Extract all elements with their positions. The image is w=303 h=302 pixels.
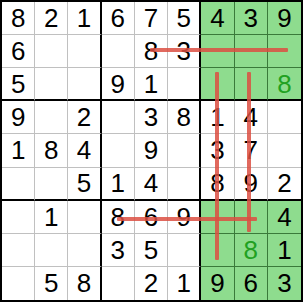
cell-r9c7[interactable]: 9	[201, 267, 234, 300]
cell-r5c8[interactable]: 7	[235, 134, 268, 167]
cell-r5c1[interactable]: 1	[2, 134, 35, 167]
cell-r9c8[interactable]: 6	[235, 267, 268, 300]
cell-r4c6[interactable]: 8	[168, 101, 201, 134]
cell-r1c1[interactable]: 8	[2, 2, 35, 35]
cell-r3c5[interactable]: 1	[135, 68, 168, 101]
cell-r6c3[interactable]: 5	[68, 168, 101, 201]
cell-r5c5[interactable]: 9	[135, 134, 168, 167]
cell-r6c2[interactable]	[35, 168, 68, 201]
cell-r8c8[interactable]: 8	[235, 234, 268, 267]
cell-r8c3[interactable]	[68, 234, 101, 267]
sudoku-puzzle: 8216754396835918923814184937514892186943…	[0, 0, 303, 302]
cell-r6c1[interactable]	[2, 168, 35, 201]
cell-r4c8[interactable]: 4	[235, 101, 268, 134]
cell-r8c7[interactable]	[201, 234, 234, 267]
cell-r9c3[interactable]: 8	[68, 267, 101, 300]
cell-r6c9[interactable]: 2	[268, 168, 301, 201]
cell-r7c5[interactable]: 6	[135, 201, 168, 234]
cell-r7c2[interactable]: 1	[35, 201, 68, 234]
cell-r2c6[interactable]: 3	[168, 35, 201, 68]
cell-r9c9[interactable]: 3	[268, 267, 301, 300]
cell-r7c3[interactable]	[68, 201, 101, 234]
cell-r7c7[interactable]	[201, 201, 234, 234]
cell-r2c5[interactable]: 8	[135, 35, 168, 68]
cell-r9c4[interactable]	[102, 267, 135, 300]
cell-r9c1[interactable]	[2, 267, 35, 300]
cell-r7c1[interactable]	[2, 201, 35, 234]
cell-r5c7[interactable]: 3	[201, 134, 234, 167]
cell-r5c2[interactable]: 8	[35, 134, 68, 167]
cell-r8c2[interactable]	[35, 234, 68, 267]
cell-r9c2[interactable]: 5	[35, 267, 68, 300]
cell-r3c9[interactable]: 8	[268, 68, 301, 101]
cell-r5c4[interactable]	[102, 134, 135, 167]
cell-r1c9[interactable]: 9	[268, 2, 301, 35]
sudoku-board: 8216754396835918923814184937514892186943…	[0, 0, 303, 302]
cell-r1c2[interactable]: 2	[35, 2, 68, 35]
cell-r6c4[interactable]: 1	[102, 168, 135, 201]
cell-r2c1[interactable]: 6	[2, 35, 35, 68]
cell-r6c7[interactable]: 8	[201, 168, 234, 201]
cell-r5c3[interactable]: 4	[68, 134, 101, 167]
cell-r1c4[interactable]: 6	[102, 2, 135, 35]
cell-r3c2[interactable]	[35, 68, 68, 101]
cell-r1c6[interactable]: 5	[168, 2, 201, 35]
cell-r3c3[interactable]	[68, 68, 101, 101]
cell-r3c6[interactable]	[168, 68, 201, 101]
cell-r6c5[interactable]: 4	[135, 168, 168, 201]
cell-r2c7[interactable]	[201, 35, 234, 68]
cell-r2c3[interactable]	[68, 35, 101, 68]
cell-r1c7[interactable]: 4	[201, 2, 234, 35]
cell-r3c1[interactable]: 5	[2, 68, 35, 101]
cell-r8c5[interactable]: 5	[135, 234, 168, 267]
cell-r7c4[interactable]: 8	[102, 201, 135, 234]
cell-r8c6[interactable]	[168, 234, 201, 267]
cell-r2c9[interactable]	[268, 35, 301, 68]
cell-r8c9[interactable]: 1	[268, 234, 301, 267]
cell-r5c6[interactable]	[168, 134, 201, 167]
cell-r9c5[interactable]: 2	[135, 267, 168, 300]
cell-r4c5[interactable]: 3	[135, 101, 168, 134]
cell-r7c9[interactable]: 4	[268, 201, 301, 234]
cell-r1c8[interactable]: 3	[235, 2, 268, 35]
cell-r2c8[interactable]	[235, 35, 268, 68]
cell-r7c6[interactable]: 9	[168, 201, 201, 234]
cell-r6c6[interactable]	[168, 168, 201, 201]
cell-r7c8[interactable]	[235, 201, 268, 234]
cell-r8c4[interactable]: 3	[102, 234, 135, 267]
cell-r2c2[interactable]	[35, 35, 68, 68]
cell-r1c5[interactable]: 7	[135, 2, 168, 35]
cell-r5c9[interactable]	[268, 134, 301, 167]
cell-r3c8[interactable]	[235, 68, 268, 101]
cell-r4c9[interactable]	[268, 101, 301, 134]
cell-r3c4[interactable]: 9	[102, 68, 135, 101]
cell-r4c1[interactable]: 9	[2, 101, 35, 134]
cell-r2c4[interactable]	[102, 35, 135, 68]
cell-r4c4[interactable]	[102, 101, 135, 134]
cell-r3c7[interactable]	[201, 68, 234, 101]
cell-r4c7[interactable]: 1	[201, 101, 234, 134]
cell-r9c6[interactable]: 1	[168, 267, 201, 300]
cell-r8c1[interactable]	[2, 234, 35, 267]
cell-r4c3[interactable]: 2	[68, 101, 101, 134]
cell-r4c2[interactable]	[35, 101, 68, 134]
cell-r1c3[interactable]: 1	[68, 2, 101, 35]
cell-r6c8[interactable]: 9	[235, 168, 268, 201]
